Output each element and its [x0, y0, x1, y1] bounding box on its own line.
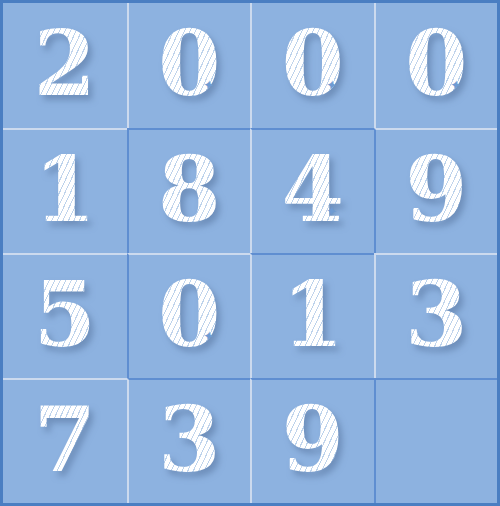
- tile-r1c2[interactable]: 0 ✦: [127, 3, 251, 128]
- tile-digit: 0: [281, 18, 344, 108]
- sparkle-icon: ✦: [325, 203, 339, 218]
- tile-r2c3[interactable]: 4 ✦: [250, 128, 374, 253]
- tile-digit: 0: [405, 18, 468, 108]
- sparkle-icon: ✦: [325, 77, 339, 92]
- tile-digit: 3: [158, 394, 221, 484]
- tile-digit: 1: [281, 269, 344, 359]
- tile-digit: 4: [281, 144, 344, 234]
- tile-r3c4[interactable]: 3: [374, 253, 498, 378]
- tile-digit: 5: [33, 269, 96, 359]
- sparkle-icon: ✦: [449, 77, 463, 92]
- tile-r4c2[interactable]: 3: [127, 378, 251, 503]
- tile-r2c1[interactable]: 1: [3, 128, 127, 253]
- puzzle-board: 2 0 ✦ 0 ✦ 0 ✦ 1 8 4 ✦ 9 5 0 ✦ 1 3 7 3: [0, 0, 500, 506]
- tile-r1c1[interactable]: 2: [3, 3, 127, 128]
- sparkle-icon: ✦: [202, 328, 216, 343]
- sparkle-icon: ✦: [202, 77, 216, 92]
- tile-r1c3[interactable]: 0 ✦: [250, 3, 374, 128]
- tile-r4c1[interactable]: 7: [3, 378, 127, 503]
- tile-digit: 7: [33, 394, 96, 484]
- tile-digit: 2: [33, 18, 96, 108]
- tile-digit: 9: [281, 394, 344, 484]
- tile-digit: 8: [158, 144, 221, 234]
- tile-digit: 1: [33, 144, 96, 234]
- tile-r4c3[interactable]: 9: [250, 378, 374, 503]
- tile-r3c1[interactable]: 5: [3, 253, 127, 378]
- empty-cell: [374, 378, 498, 503]
- tile-digit: 0: [158, 18, 221, 108]
- tile-digit: 9: [405, 144, 468, 234]
- tile-r3c3[interactable]: 1: [250, 253, 374, 378]
- tile-r2c2[interactable]: 8: [127, 128, 251, 253]
- tile-digit: 0: [158, 269, 221, 359]
- tile-r2c4[interactable]: 9: [374, 128, 498, 253]
- tile-r1c4[interactable]: 0 ✦: [374, 3, 498, 128]
- tile-digit: 3: [405, 269, 468, 359]
- tile-r3c2[interactable]: 0 ✦: [127, 253, 251, 378]
